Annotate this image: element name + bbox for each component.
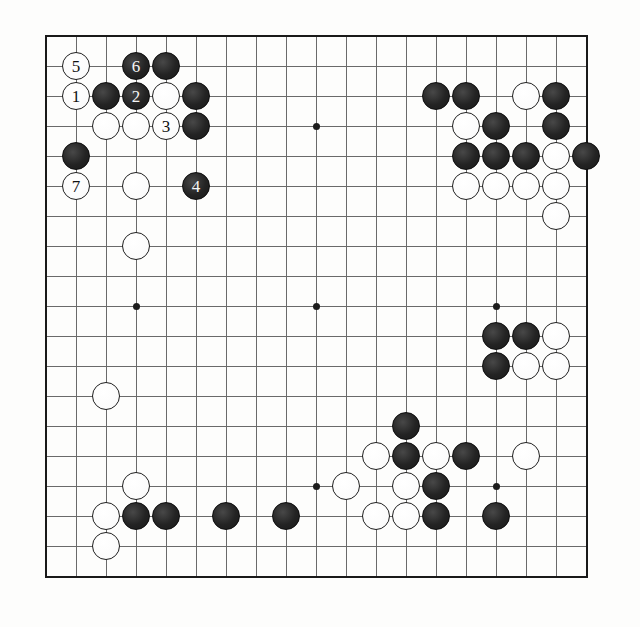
black-stone bbox=[62, 142, 90, 170]
white-stone bbox=[542, 322, 570, 350]
black-stone bbox=[542, 112, 570, 140]
black-stone bbox=[482, 352, 510, 380]
black-stone bbox=[482, 142, 510, 170]
black-stone bbox=[422, 82, 450, 110]
black-stone bbox=[572, 142, 600, 170]
black-stone bbox=[182, 112, 210, 140]
black-stone bbox=[422, 472, 450, 500]
black-stone bbox=[92, 82, 120, 110]
white-stone-move-3: 3 bbox=[152, 112, 180, 140]
white-stone bbox=[122, 472, 150, 500]
black-stone bbox=[392, 442, 420, 470]
go-diagram-page: 5612374 bbox=[0, 0, 640, 627]
white-stone bbox=[512, 442, 540, 470]
black-stone bbox=[542, 82, 570, 110]
white-stone-move-7: 7 bbox=[62, 172, 90, 200]
white-stone bbox=[542, 172, 570, 200]
white-stone bbox=[122, 172, 150, 200]
black-stone bbox=[482, 502, 510, 530]
move-number-label: 5 bbox=[72, 57, 81, 74]
white-stone bbox=[362, 502, 390, 530]
white-stone bbox=[452, 172, 480, 200]
white-stone bbox=[542, 352, 570, 380]
black-stone-move-2: 2 bbox=[122, 82, 150, 110]
white-stone bbox=[512, 172, 540, 200]
black-stone bbox=[152, 502, 180, 530]
move-number-label: 2 bbox=[132, 87, 141, 104]
black-stone bbox=[392, 412, 420, 440]
black-stone bbox=[122, 502, 150, 530]
white-stone bbox=[92, 502, 120, 530]
white-stone bbox=[542, 202, 570, 230]
move-number-label: 3 bbox=[162, 117, 171, 134]
move-number-label: 6 bbox=[132, 57, 141, 74]
black-stone-move-4: 4 bbox=[182, 172, 210, 200]
white-stone bbox=[512, 82, 540, 110]
white-stone bbox=[392, 502, 420, 530]
white-stone bbox=[122, 112, 150, 140]
black-stone bbox=[452, 82, 480, 110]
white-stone bbox=[422, 442, 450, 470]
white-stone bbox=[122, 232, 150, 260]
star-point bbox=[493, 303, 500, 310]
black-stone bbox=[452, 142, 480, 170]
move-number-label: 4 bbox=[192, 177, 201, 194]
star-point bbox=[133, 303, 140, 310]
white-stone bbox=[542, 142, 570, 170]
black-stone bbox=[512, 322, 540, 350]
black-stone-move-6: 6 bbox=[122, 52, 150, 80]
white-stone bbox=[92, 382, 120, 410]
black-stone bbox=[422, 502, 450, 530]
black-stone bbox=[212, 502, 240, 530]
white-stone bbox=[482, 172, 510, 200]
star-point bbox=[313, 123, 320, 130]
white-stone bbox=[152, 82, 180, 110]
move-number-label: 7 bbox=[72, 177, 81, 194]
black-stone bbox=[452, 442, 480, 470]
white-stone bbox=[392, 472, 420, 500]
white-stone bbox=[362, 442, 390, 470]
black-stone bbox=[482, 112, 510, 140]
white-stone-move-1: 1 bbox=[62, 82, 90, 110]
white-stone bbox=[92, 112, 120, 140]
black-stone bbox=[272, 502, 300, 530]
white-stone bbox=[512, 352, 540, 380]
white-stone bbox=[452, 112, 480, 140]
star-point bbox=[313, 303, 320, 310]
move-number-label: 1 bbox=[72, 87, 81, 104]
white-stone bbox=[332, 472, 360, 500]
star-point bbox=[313, 483, 320, 490]
black-stone bbox=[152, 52, 180, 80]
black-stone bbox=[482, 322, 510, 350]
white-stone-move-5: 5 bbox=[62, 52, 90, 80]
white-stone bbox=[92, 532, 120, 560]
star-point bbox=[493, 483, 500, 490]
black-stone bbox=[182, 82, 210, 110]
black-stone bbox=[512, 142, 540, 170]
